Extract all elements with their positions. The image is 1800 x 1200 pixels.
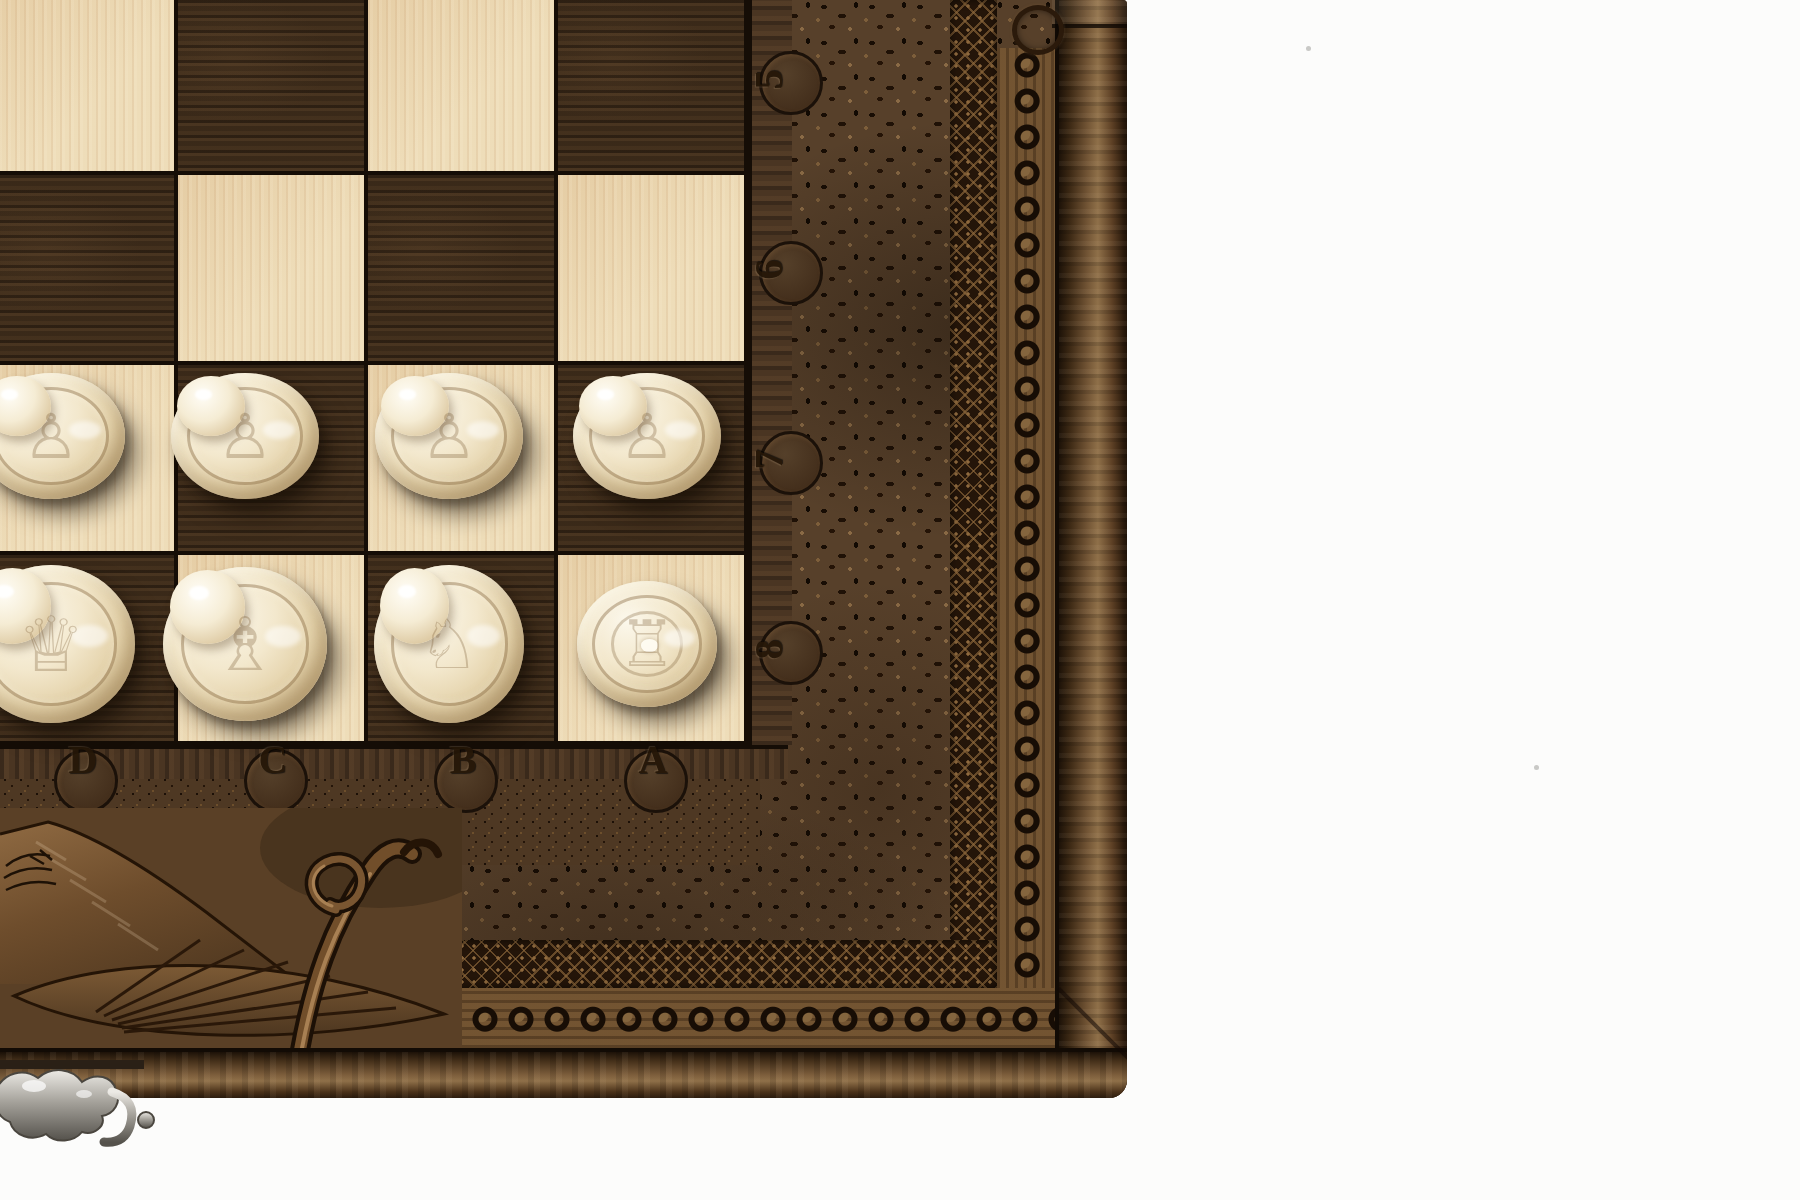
lid-edge (1052, 0, 1127, 24)
file-label-A: A (623, 736, 683, 783)
square-b8[interactable]: ♘ (368, 555, 554, 741)
square-b5[interactable] (368, 0, 554, 171)
bevel-edge-right (1055, 0, 1127, 1098)
square-c5[interactable] (178, 0, 364, 171)
rank-label-7: 7 (748, 436, 788, 483)
specular-highlight (265, 626, 301, 648)
metal-clasp (0, 1060, 170, 1150)
rope-border-right (997, 48, 1055, 1048)
rank-label-5: 5 (748, 56, 788, 103)
chess-box-board: 5678DCBA ♙♙♙♙♕♗♘♖ (0, 0, 1127, 1098)
white-knight-b8[interactable]: ♘ (374, 565, 524, 723)
square-c8[interactable]: ♗ (178, 555, 364, 741)
specular-highlight (665, 421, 698, 439)
square-a7[interactable]: ♙ (558, 365, 744, 551)
white-pawn-a7[interactable]: ♙ (573, 373, 721, 499)
specular-highlight (467, 421, 500, 439)
dust-speck (1306, 46, 1311, 51)
specular-highlight (664, 629, 695, 647)
white-pawn-c7[interactable]: ♙ (171, 373, 319, 499)
rank-label-6: 6 (748, 246, 788, 293)
square-c7[interactable]: ♙ (178, 365, 364, 551)
square-b6[interactable] (368, 175, 554, 361)
square-d8[interactable]: ♕ (0, 555, 174, 741)
ring-ornament-icon (1012, 5, 1064, 55)
dust-speck (1534, 765, 1539, 770)
lattice-border-right (950, 0, 997, 992)
file-label-B: B (433, 736, 493, 783)
white-rook-a8[interactable]: ♖ (577, 581, 717, 707)
white-queen-d8[interactable]: ♕ (0, 565, 135, 723)
square-a8[interactable]: ♖ (558, 555, 744, 741)
specular-highlight (69, 421, 102, 439)
piece-top-knob (170, 570, 245, 644)
square-d5[interactable] (0, 0, 174, 171)
piece-top-knob (177, 376, 245, 436)
specular-highlight (467, 625, 500, 647)
square-b7[interactable]: ♙ (368, 365, 554, 551)
chess-squares-grid: ♙♙♙♙♕♗♘♖ (0, 0, 748, 745)
photo-stage: 5678DCBA ♙♙♙♙♕♗♘♖ (0, 0, 1800, 1200)
file-label-C: C (243, 736, 303, 783)
white-pawn-d7[interactable]: ♙ (0, 373, 125, 499)
mountain-relief-carving (0, 808, 462, 1050)
piece-center-dimple (641, 639, 658, 652)
square-d6[interactable] (0, 175, 174, 361)
white-bishop-c8[interactable]: ♗ (163, 567, 327, 721)
square-d7[interactable]: ♙ (0, 365, 174, 551)
piece-top-knob (380, 568, 449, 644)
piece-top-knob (381, 376, 449, 436)
rank-label-8: 8 (748, 626, 788, 673)
file-label-D: D (53, 736, 113, 783)
white-pawn-b7[interactable]: ♙ (375, 373, 523, 499)
square-a5[interactable] (558, 0, 744, 171)
square-a6[interactable] (558, 175, 744, 361)
piece-top-knob (579, 376, 647, 436)
specular-highlight (263, 421, 296, 439)
square-c6[interactable] (178, 175, 364, 361)
